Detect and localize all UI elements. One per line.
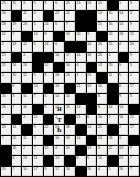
cell-r6-c12[interactable]: 3 [129, 63, 139, 72]
cell-number: 16 [2, 11, 6, 15]
cell-r0-c8[interactable]: 24 [87, 1, 97, 10]
cell-r6-c11[interactable]: 9 [119, 63, 129, 72]
cell-r8-c8[interactable]: 19 [87, 84, 97, 93]
black-cell-r1-c4 [44, 11, 54, 20]
cell-number: 26 [98, 53, 102, 57]
cell-number: 4 [34, 11, 36, 15]
cell-r0-c0[interactable]: 25 [1, 1, 11, 10]
cell-number: 7 [2, 136, 4, 140]
cell-r16-c2[interactable]: 10 [22, 167, 32, 176]
cell-number: 14 [34, 32, 38, 36]
cell-number: 11 [108, 73, 112, 77]
cell-number: 20 [76, 32, 80, 36]
cell-r7-c10[interactable]: 11 [108, 73, 118, 82]
cell-r4-c12[interactable]: 20 [129, 42, 139, 51]
cell-r6-c1[interactable]: 14 [12, 63, 22, 72]
cell-r4-c11[interactable]: 4 [119, 42, 129, 51]
cell-r13-c7[interactable]: 14 [76, 136, 86, 145]
cell-r14-c9[interactable]: 3 [97, 146, 107, 155]
cell-number: 5 [34, 73, 36, 77]
cell-r1-c9[interactable]: 13 [97, 11, 107, 20]
cell-r5-c2[interactable]: 4 [22, 53, 32, 62]
cell-number: 1 [119, 1, 121, 5]
cell-r9-c5[interactable]: 14 [54, 94, 64, 103]
cell-r5-c5[interactable]: 16 [54, 53, 64, 62]
black-cell-r5-c11 [119, 53, 129, 62]
black-cell-r10-c8 [87, 105, 97, 114]
cell-r5-c6[interactable]: 17 [65, 53, 75, 62]
cell-number: 19 [66, 146, 70, 150]
cell-r16-c4[interactable]: 9 [44, 167, 54, 176]
cell-number: 23 [23, 22, 27, 26]
cell-r16-c1[interactable]: 7 [12, 167, 22, 176]
cell-r14-c12[interactable]: 9 [129, 146, 139, 155]
cell-r9-c1[interactable]: 3 [12, 94, 22, 103]
cell-r3-c0[interactable]: 12 [1, 32, 11, 41]
cell-number: 22 [55, 11, 59, 15]
cell-r1-c3[interactable]: 4 [33, 11, 43, 20]
cell-number: 15 [98, 1, 102, 5]
cell-r8-c9[interactable]: 16 [97, 84, 107, 93]
cell-r16-c12[interactable]: 7 [129, 167, 139, 176]
black-cell-r6-c3 [33, 63, 43, 72]
cell-r4-c0[interactable]: 2 [1, 42, 11, 51]
cell-number: 24 [108, 136, 112, 140]
cell-number: 25 [12, 136, 16, 140]
cell-number: 13 [55, 156, 59, 160]
cell-r7-c7[interactable]: 1 [76, 73, 86, 82]
cell-r5-c8[interactable]: 18 [87, 53, 97, 62]
cell-r16-c9[interactable]: 4 [97, 167, 107, 176]
cell-number: 16 [55, 136, 59, 140]
cell-r14-c10[interactable]: 22 [108, 146, 118, 155]
cell-number: 1 [108, 53, 110, 57]
cell-r16-c5[interactable]: 17 [54, 167, 64, 176]
cell-r13-c11[interactable]: 6 [119, 136, 129, 145]
cell-r10-c2[interactable]: 16 [22, 105, 32, 114]
cell-r11-c10[interactable]: 2 [108, 115, 118, 124]
cell-r11-c5[interactable]: 1Т [54, 115, 64, 124]
cell-number: 14 [76, 136, 80, 140]
cell-r8-c5[interactable]: 18 [54, 84, 64, 93]
cell-r15-c11[interactable]: 21 [119, 156, 129, 165]
cell-r3-c11[interactable]: 26 [119, 32, 129, 41]
cell-r7-c0[interactable]: 2 [1, 73, 11, 82]
cell-r7-c8[interactable]: 21 [87, 73, 97, 82]
cell-r10-c7[interactable]: 24 [76, 105, 86, 114]
cell-number: 17 [66, 53, 70, 57]
cell-r9-c0[interactable]: 25 [1, 94, 11, 103]
cell-number: 9 [44, 167, 46, 171]
cell-r1-c11[interactable]: 14 [119, 11, 129, 20]
cell-r2-c6[interactable]: 7 [65, 22, 75, 31]
black-cell-r14-c7 [76, 146, 86, 155]
cell-number: 24 [76, 105, 80, 109]
cell-r8-c3[interactable]: 14 [33, 84, 43, 93]
cell-r6-c2[interactable]: 24 [22, 63, 32, 72]
cell-r15-c7[interactable]: 9 [76, 156, 86, 165]
cell-r15-c3[interactable]: 11 [33, 156, 43, 165]
cell-r16-c3[interactable]: 17 [33, 167, 43, 176]
cell-number: 16 [98, 84, 102, 88]
black-cell-r13-c8 [87, 136, 97, 145]
black-cell-r6-c8 [87, 63, 97, 72]
black-cell-r12-c7 [76, 125, 86, 134]
cell-number: 9 [44, 105, 46, 109]
cell-number: 21 [119, 156, 123, 160]
cell-number: 13 [119, 105, 123, 109]
cell-r14-c5[interactable]: 4 [54, 146, 64, 155]
cell-r6-c9[interactable]: 13 [97, 63, 107, 72]
cell-r9-c9[interactable]: 8 [97, 94, 107, 103]
cell-number: 3 [23, 115, 25, 119]
cell-number: 14 [66, 167, 70, 171]
cell-number: 14 [119, 11, 123, 15]
cell-number: 14 [108, 105, 112, 109]
cell-r9-c4[interactable]: 6 [44, 94, 54, 103]
cell-r9-c11[interactable]: 8 [119, 94, 129, 103]
black-cell-r8-c4 [44, 84, 54, 93]
cell-r14-c1[interactable]: 16 [12, 146, 22, 155]
cell-number: 13 [98, 11, 102, 15]
cell-number: 10 [66, 63, 70, 67]
cell-r13-c6[interactable]: 19 [65, 136, 75, 145]
cell-r13-c1[interactable]: 25 [12, 136, 22, 145]
cell-number: 24 [44, 22, 48, 26]
cell-r6-c7[interactable]: 4 [76, 63, 86, 72]
cell-r4-c8[interactable]: 14 [87, 42, 97, 51]
cell-r3-c7[interactable]: 20 [76, 32, 86, 41]
cell-r7-c3[interactable]: 5 [33, 73, 43, 82]
cell-number: 3 [98, 146, 100, 150]
cell-r0-c9[interactable]: 15 [97, 1, 107, 10]
cell-number: 26 [119, 32, 123, 36]
black-cell-r1-c8 [87, 11, 97, 20]
cell-number: 19 [12, 22, 16, 26]
black-cell-r3-c5 [54, 32, 64, 41]
given-letter: Т [54, 116, 64, 124]
cell-number: 3 [130, 94, 132, 98]
cell-r6-c6[interactable]: 10 [65, 63, 75, 72]
cell-r12-c4[interactable]: 22 [44, 125, 54, 134]
cell-r3-c3[interactable]: 14 [33, 32, 43, 41]
cell-number: 23 [23, 156, 27, 160]
cell-r5-c7[interactable]: 24 [76, 53, 86, 62]
cell-r9-c12[interactable]: 3 [129, 94, 139, 103]
black-cell-r4-c6 [65, 42, 75, 51]
cell-number: 3 [23, 1, 25, 5]
cell-r15-c12[interactable]: 7 [129, 156, 139, 165]
cell-r2-c2[interactable]: 23 [22, 22, 32, 31]
cell-number: 25 [66, 1, 70, 5]
black-cell-r13-c12 [129, 136, 139, 145]
black-cell-r14-c0 [1, 146, 11, 155]
cell-number: 6 [44, 94, 46, 98]
cell-number: 1 [76, 73, 78, 77]
cell-number: 13 [87, 146, 91, 150]
cell-r12-c1[interactable]: 14 [12, 125, 22, 134]
cell-r3-c6[interactable]: 19 [65, 32, 75, 41]
cell-r7-c6[interactable]: 24 [65, 73, 75, 82]
cell-number: 21 [66, 11, 70, 15]
cell-r3-c1[interactable]: 7 [12, 32, 22, 41]
cell-number: 7 [130, 167, 132, 171]
cell-r15-c9[interactable]: 16 [97, 156, 107, 165]
cell-r11-c0[interactable]: 2 [1, 115, 11, 124]
cell-r4-c2[interactable]: 12 [22, 42, 32, 51]
cell-r16-c8[interactable]: 26 [87, 167, 97, 176]
cell-r9-c6[interactable]: 14 [65, 94, 75, 103]
cell-r11-c8[interactable]: 6 [87, 115, 97, 124]
cell-r5-c12[interactable]: 9 [129, 53, 139, 62]
cell-number: 14 [87, 42, 91, 46]
cell-r16-c6[interactable]: 14 [65, 167, 75, 176]
cell-r16-c11[interactable]: 26 [119, 167, 129, 176]
cell-r14-c6[interactable]: 19 [65, 146, 75, 155]
cell-number: 25 [2, 1, 6, 5]
black-cell-r15-c6 [65, 156, 75, 165]
cell-r15-c5[interactable]: 13 [54, 156, 64, 165]
black-cell-r4-c7 [76, 42, 86, 51]
cell-r11-c2[interactable]: 3 [22, 115, 32, 124]
cell-r13-c3[interactable]: 3 [33, 136, 43, 145]
cell-r4-c1[interactable]: 13 [12, 42, 22, 51]
cell-number: 21 [87, 73, 91, 77]
cell-r10-c11[interactable]: 13 [119, 105, 129, 114]
cell-r13-c5[interactable]: 16 [54, 136, 64, 145]
cell-r12-c0[interactable]: 18 [1, 125, 11, 134]
cell-r7-c2[interactable]: 12 [22, 73, 32, 82]
cell-number: 18 [2, 125, 6, 129]
cell-number: 16 [119, 115, 123, 119]
cell-r16-c10[interactable]: 1 [108, 167, 118, 176]
cell-r14-c4[interactable]: 13 [44, 146, 54, 155]
cell-number: 10 [23, 167, 27, 171]
cell-r10-c9[interactable]: 8 [97, 105, 107, 114]
cell-number: 2 [119, 125, 121, 129]
cell-number: 19 [66, 136, 70, 140]
cell-r0-c6[interactable]: 25 [65, 1, 75, 10]
black-cell-r15-c10 [108, 156, 118, 165]
cell-number: 9 [130, 22, 132, 26]
cell-r10-c6[interactable]: 19 [65, 105, 75, 114]
cell-number: 15 [108, 42, 112, 46]
cell-number: 13 [12, 42, 16, 46]
cell-r2-c12[interactable]: 9 [129, 22, 139, 31]
cell-r7-c12[interactable]: 2 [129, 73, 139, 82]
cell-r8-c7[interactable]: 21 [76, 84, 86, 93]
cell-number: 14 [34, 84, 38, 88]
cell-number: 13 [76, 1, 80, 5]
cell-r11-c11[interactable]: 16 [119, 115, 129, 124]
cell-number: 21 [130, 115, 134, 119]
cell-number: 9 [130, 53, 132, 57]
cell-r8-c1[interactable]: 9 [12, 84, 22, 93]
cell-r11-c9[interactable]: 10 [97, 115, 107, 124]
cell-r15-c1[interactable]: 4 [12, 156, 22, 165]
cell-number: 24 [23, 63, 27, 67]
cell-r10-c4[interactable]: 9 [44, 105, 54, 114]
cell-r15-c8[interactable]: 5 [87, 156, 97, 165]
cell-r4-c10[interactable]: 15 [108, 42, 118, 51]
black-cell-r10-c3 [33, 105, 43, 114]
cell-number: 7 [34, 94, 36, 98]
cell-r1-c12[interactable]: 3 [129, 11, 139, 20]
cell-r12-c8[interactable]: 13 [87, 125, 97, 134]
cell-r4-c3[interactable]: 5 [33, 42, 43, 51]
cell-r11-c3[interactable]: 11 [33, 115, 43, 124]
cell-number: 14 [12, 125, 16, 129]
cell-number: 6 [55, 1, 57, 5]
cell-r12-c3[interactable]: 9 [33, 125, 43, 134]
cell-number: 4 [23, 53, 25, 57]
cell-r9-c3[interactable]: 7 [33, 94, 43, 103]
cell-r10-c0[interactable]: 26 [1, 105, 11, 114]
cell-r10-c1[interactable]: 7 [12, 105, 22, 114]
cell-number: 24 [44, 42, 48, 46]
cell-number: 7 [12, 32, 14, 36]
cell-r3-c8[interactable]: 9 [87, 32, 97, 41]
cell-r10-c5[interactable]: 12Я [54, 105, 64, 114]
cell-number: 19 [87, 84, 91, 88]
cell-number: 2 [2, 115, 4, 119]
cell-number: 13 [98, 63, 102, 67]
cell-number: 11 [23, 11, 27, 15]
cell-r8-c11[interactable]: 6 [119, 84, 129, 93]
cell-number: 6 [119, 136, 121, 140]
cell-r12-c5[interactable]: 24Ь [54, 125, 64, 134]
black-cell-r6-c5 [54, 63, 64, 72]
cell-r12-c9[interactable]: 25 [97, 125, 107, 134]
cell-r2-c10[interactable]: 16 [108, 22, 118, 31]
cell-number: 3 [130, 11, 132, 15]
cell-r0-c4[interactable]: 8 [44, 1, 54, 10]
black-cell-r1-c7 [76, 11, 86, 20]
cell-number: 21 [76, 115, 80, 119]
cell-r0-c12[interactable]: 3 [129, 1, 139, 10]
cell-r5-c10[interactable]: 1 [108, 53, 118, 62]
cell-number: 2 [2, 73, 4, 77]
cell-r7-c4[interactable]: 8 [44, 73, 54, 82]
cell-number: 14 [119, 22, 123, 26]
cell-r1-c6[interactable]: 21 [65, 11, 75, 20]
cell-r11-c7[interactable]: 21 [76, 115, 86, 124]
cell-number: 10 [98, 115, 102, 119]
cell-r13-c9[interactable]: 24 [97, 136, 107, 145]
black-cell-r2-c7 [76, 22, 86, 31]
cell-r5-c9[interactable]: 26 [97, 53, 107, 62]
cell-r0-c11[interactable]: 1 [119, 1, 129, 10]
cell-r2-c5[interactable]: 6 [54, 22, 64, 31]
cell-number: 5 [34, 1, 36, 5]
cell-r0-c5[interactable]: 6 [54, 1, 64, 10]
cell-number: 9 [12, 84, 14, 88]
cell-r7-c1[interactable]: 10 [12, 73, 22, 82]
cell-r6-c0[interactable]: 21 [1, 63, 11, 72]
cell-r2-c11[interactable]: 14 [119, 22, 129, 31]
cell-number: 6 [87, 115, 89, 119]
cell-r7-c11[interactable]: 5 [119, 73, 129, 82]
cell-number: 6 [55, 22, 57, 26]
cell-number: 9 [76, 156, 78, 160]
cell-r13-c0[interactable]: 7 [1, 136, 11, 145]
cell-number: 22 [44, 125, 48, 129]
cell-r14-c2[interactable]: 2 [22, 146, 32, 155]
cell-r12-c11[interactable]: 2 [119, 125, 129, 134]
cell-r1-c0[interactable]: 16 [1, 11, 11, 20]
cell-number: 9 [87, 32, 89, 36]
cell-r10-c10[interactable]: 14 [108, 105, 118, 114]
cell-r3-c12[interactable]: 21 [129, 32, 139, 41]
cell-number: 11 [23, 136, 27, 140]
cell-r15-c2[interactable]: 23 [22, 156, 32, 165]
cell-r1-c2[interactable]: 11 [22, 11, 32, 20]
cell-r1-c10[interactable]: 10 [108, 11, 118, 20]
cell-number: 3 [130, 63, 132, 67]
cell-r0-c1[interactable]: 11 [12, 1, 22, 10]
cell-r2-c4[interactable]: 24 [44, 22, 54, 31]
cell-r0-c7[interactable]: 13 [76, 1, 86, 10]
cell-r2-c3[interactable]: 5 [33, 22, 43, 31]
cell-r0-c3[interactable]: 5 [33, 1, 43, 10]
cell-number: 2 [2, 42, 4, 46]
cell-r13-c10[interactable]: 24 [108, 136, 118, 145]
cell-r0-c2[interactable]: 3 [22, 1, 32, 10]
cell-r2-c9[interactable]: 15 [97, 22, 107, 31]
cell-number: 24 [87, 1, 91, 5]
cell-r6-c4[interactable]: 12 [44, 63, 54, 72]
cell-number: 14 [66, 94, 70, 98]
cell-r11-c12[interactable]: 21 [129, 115, 139, 124]
cell-r4-c5[interactable]: 6 [54, 42, 64, 51]
cell-r5-c0[interactable]: 13 [1, 53, 11, 62]
cell-r9-c2[interactable]: 11 [22, 94, 32, 103]
cell-number: 18 [66, 125, 70, 129]
cell-r12-c6[interactable]: 18 [65, 125, 75, 134]
cell-r4-c9[interactable]: 26 [97, 42, 107, 51]
cell-number: 3 [12, 94, 14, 98]
cell-number: 8 [98, 105, 100, 109]
cell-number: 25 [2, 94, 6, 98]
cell-r14-c11[interactable]: 13 [119, 146, 129, 155]
cell-number: 18 [2, 22, 6, 26]
cell-r2-c0[interactable]: 18 [1, 22, 11, 31]
cell-r13-c2[interactable]: 11 [22, 136, 32, 145]
cell-r16-c0[interactable]: 20 [1, 167, 11, 176]
cell-r3-c10[interactable]: 20 [108, 32, 118, 41]
cell-r3-c4[interactable]: 8 [44, 32, 54, 41]
black-cell-r11-c4 [44, 115, 54, 124]
cell-r7-c5[interactable]: 18 [54, 73, 64, 82]
cell-number: 10 [108, 11, 112, 15]
cell-number: 12 [44, 63, 48, 67]
cell-number: 24 [76, 53, 80, 57]
cell-r4-c4[interactable]: 24 [44, 42, 54, 51]
cell-r2-c1[interactable]: 19 [12, 22, 22, 31]
cell-number: 16 [23, 105, 27, 109]
cell-r1-c5[interactable]: 22 [54, 11, 64, 20]
black-cell-r15-c4 [44, 156, 54, 165]
cell-number: 8 [44, 1, 46, 5]
black-cell-r9-c10 [108, 94, 118, 103]
cell-r14-c8[interactable]: 13 [87, 146, 97, 155]
cell-r14-c3[interactable]: 7 [33, 146, 43, 155]
cell-number: 26 [87, 167, 91, 171]
cell-r8-c12[interactable]: 17 [129, 84, 139, 93]
cell-r6-c10[interactable]: 25 [108, 63, 118, 72]
cell-number: 12 [23, 73, 27, 77]
cell-r12-c12[interactable]: 17 [129, 125, 139, 134]
